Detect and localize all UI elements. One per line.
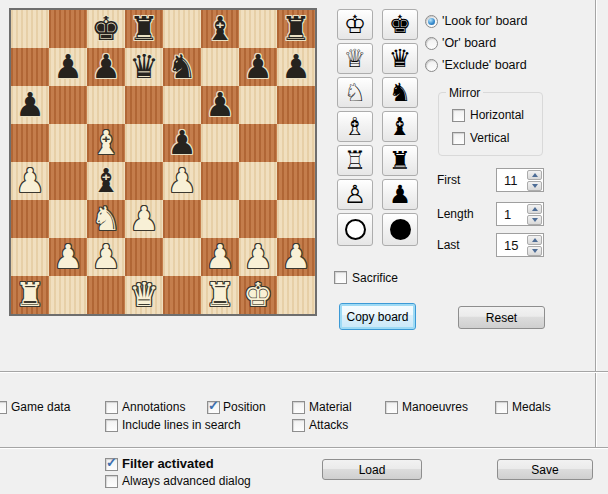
piece-black-pawn: ♟ — [243, 48, 273, 86]
arrow-up-icon — [532, 207, 538, 211]
circle-white-icon — [345, 219, 366, 240]
last-value[interactable]: 15 — [504, 238, 518, 253]
square-c1[interactable] — [87, 276, 125, 314]
game-data-label: Game data — [11, 400, 70, 414]
length-value[interactable]: 1 — [504, 207, 511, 222]
square-e4[interactable]: ♟ — [163, 162, 201, 200]
first-label: First — [437, 173, 460, 187]
square-h2[interactable]: ♟ — [277, 238, 315, 276]
square-f2[interactable]: ♟ — [201, 238, 239, 276]
piece-black-knight: ♞ — [167, 48, 197, 86]
always-advanced-dialog-label: Always advanced dialog — [122, 474, 251, 488]
manoeuvres-label: Manoeuvres — [402, 400, 468, 414]
save-button[interactable]: Save — [497, 459, 593, 480]
square-h1[interactable] — [277, 276, 315, 314]
square-f7[interactable] — [201, 48, 239, 86]
palette-white-bishop-button[interactable]: ♗ — [337, 111, 373, 142]
piece-white-rook: ♜ — [205, 276, 235, 314]
filter-activated-label: Filter activated — [122, 457, 214, 471]
palette-white-knight-button[interactable]: ♘ — [337, 77, 373, 108]
piece-black-queen: ♛ — [129, 48, 159, 86]
black-rook-icon: ♜ — [389, 147, 411, 174]
black-pawn-icon: ♟ — [389, 181, 411, 208]
piece-white-pawn: ♟ — [91, 238, 121, 276]
square-a8[interactable] — [11, 10, 49, 48]
piece-black-pawn: ♟ — [15, 86, 45, 124]
palette-white-king-button[interactable]: ♔ — [337, 9, 373, 40]
square-c4[interactable]: ♝ — [87, 162, 125, 200]
square-a1[interactable]: ♜ — [11, 276, 49, 314]
palette-white-pawn-button[interactable]: ♙ — [337, 179, 373, 210]
square-h8[interactable]: ♜ — [277, 10, 315, 48]
square-g8[interactable] — [239, 10, 277, 48]
divider-bottom — [0, 447, 608, 449]
square-a6[interactable]: ♟ — [11, 86, 49, 124]
square-e6[interactable] — [163, 86, 201, 124]
square-c7[interactable]: ♟ — [87, 48, 125, 86]
square-h7[interactable]: ♟ — [277, 48, 315, 86]
square-d3[interactable]: ♟ — [125, 200, 163, 238]
piece-white-queen: ♛ — [129, 276, 159, 314]
black-bishop-icon: ♝ — [389, 113, 411, 140]
piece-white-pawn: ♟ — [167, 162, 197, 200]
piece-white-pawn: ♟ — [15, 162, 45, 200]
square-h5[interactable] — [277, 124, 315, 162]
palette-black-bishop-button[interactable]: ♝ — [382, 111, 418, 142]
sacrifice-checkbox[interactable] — [334, 271, 347, 284]
square-e8[interactable] — [163, 10, 201, 48]
square-d7[interactable]: ♛ — [125, 48, 163, 86]
piece-white-pawn: ♟ — [281, 238, 311, 276]
piece-black-bishop: ♝ — [91, 162, 121, 200]
square-a4[interactable]: ♟ — [11, 162, 49, 200]
square-b7[interactable]: ♟ — [49, 48, 87, 86]
piece-black-rook: ♜ — [281, 10, 311, 48]
radio-label-or-board: 'Or' board — [442, 36, 496, 50]
square-c3[interactable]: ♞ — [87, 200, 125, 238]
square-d2[interactable] — [125, 238, 163, 276]
first-spinner[interactable]: 11 — [496, 168, 544, 192]
square-c2[interactable]: ♟ — [87, 238, 125, 276]
horizontal-label: Horizontal — [470, 108, 524, 122]
square-b1[interactable] — [49, 276, 87, 314]
square-b5[interactable] — [49, 124, 87, 162]
piece-white-pawn: ♟ — [205, 238, 235, 276]
divider-top — [0, 371, 608, 373]
piece-black-pawn: ♟ — [281, 48, 311, 86]
piece-white-bishop: ♝ — [91, 124, 121, 162]
square-g3[interactable] — [239, 200, 277, 238]
square-c5[interactable]: ♝ — [87, 124, 125, 162]
reset-button[interactable]: Reset — [458, 306, 545, 329]
annotations-checkbox[interactable] — [105, 401, 118, 414]
piece-white-pawn: ♟ — [129, 200, 159, 238]
attacks-checkbox[interactable] — [292, 419, 305, 432]
square-h3[interactable] — [277, 200, 315, 238]
annotations-label: Annotations — [122, 400, 185, 414]
square-e1[interactable] — [163, 276, 201, 314]
square-g4[interactable] — [239, 162, 277, 200]
attacks-label: Attacks — [309, 418, 348, 432]
medals-checkbox[interactable] — [495, 401, 508, 414]
palette-white-queen-button[interactable]: ♕ — [337, 43, 373, 74]
position-checkbox[interactable]: ✓ — [207, 401, 220, 414]
black-king-icon: ♚ — [389, 11, 411, 38]
piece-black-pawn: ♟ — [167, 124, 197, 162]
palette-white-rook-button[interactable]: ♖ — [337, 145, 373, 176]
square-d5[interactable] — [125, 124, 163, 162]
square-a2[interactable] — [11, 238, 49, 276]
checkmark-icon: ✓ — [208, 398, 219, 413]
palette-black-rook-button[interactable]: ♜ — [382, 145, 418, 176]
checkmark-icon: ✓ — [106, 455, 117, 470]
square-d1[interactable]: ♛ — [125, 276, 163, 314]
panel-right-edge — [595, 0, 597, 449]
copy-board-button[interactable]: Copy board — [339, 303, 416, 330]
vertical-label: Vertical — [470, 131, 509, 145]
palette-black-king-button[interactable]: ♚ — [382, 9, 418, 40]
horizontal-checkbox[interactable] — [452, 109, 465, 122]
white-knight-icon: ♘ — [344, 79, 366, 106]
radio-label-look-for-board: 'Look for' board — [442, 14, 527, 28]
white-king-icon: ♔ — [344, 11, 366, 38]
square-g6[interactable] — [239, 86, 277, 124]
square-e7[interactable]: ♞ — [163, 48, 201, 86]
square-h6[interactable] — [277, 86, 315, 124]
square-h4[interactable] — [277, 162, 315, 200]
arrow-down-icon — [532, 218, 538, 222]
last-label: Last — [437, 238, 460, 252]
square-b6[interactable] — [49, 86, 87, 124]
square-g2[interactable]: ♟ — [239, 238, 277, 276]
piece-white-knight: ♞ — [91, 200, 121, 238]
game-data-checkbox[interactable] — [0, 401, 7, 414]
last-spin-up-button[interactable] — [527, 235, 542, 245]
arrow-down-icon — [532, 249, 538, 253]
palette-black-queen-button[interactable]: ♛ — [382, 43, 418, 74]
piece-black-pawn: ♟ — [205, 86, 235, 124]
square-g1[interactable]: ♚ — [239, 276, 277, 314]
piece-black-pawn: ♟ — [53, 48, 83, 86]
square-a7[interactable] — [11, 48, 49, 86]
black-knight-icon: ♞ — [389, 79, 411, 106]
length-spinner[interactable]: 1 — [496, 202, 544, 226]
black-queen-icon: ♛ — [389, 45, 411, 72]
square-f8[interactable]: ♝ — [201, 10, 239, 48]
search-mask-dialog: ♚♜♝♜♟♟♛♞♟♟♟♟♝♟♟♝♟♞♟♟♟♟♟♟♜♛♜♚ ♔♚♕♛♘♞♗♝♖♜♙… — [0, 0, 608, 494]
square-d4[interactable] — [125, 162, 163, 200]
square-e2[interactable] — [163, 238, 201, 276]
square-c8[interactable]: ♚ — [87, 10, 125, 48]
square-a5[interactable] — [11, 124, 49, 162]
material-label: Material — [309, 400, 352, 414]
white-pawn-icon: ♙ — [344, 181, 366, 208]
length-spin-dn-button[interactable] — [527, 215, 542, 225]
arrow-up-icon — [532, 238, 538, 242]
square-b4[interactable] — [49, 162, 87, 200]
length-spin-up-button[interactable] — [527, 204, 542, 214]
square-d8[interactable]: ♜ — [125, 10, 163, 48]
palette-white-any-button[interactable] — [337, 213, 373, 246]
mirror-groupbox — [438, 92, 543, 156]
manoeuvres-checkbox[interactable] — [385, 401, 398, 414]
position-label: Position — [223, 400, 266, 414]
square-g7[interactable]: ♟ — [239, 48, 277, 86]
piece-black-rook: ♜ — [129, 10, 159, 48]
vertical-checkbox[interactable] — [452, 132, 465, 145]
piece-black-king: ♚ — [91, 10, 121, 48]
square-f5[interactable] — [201, 124, 239, 162]
palette-black-knight-button[interactable]: ♞ — [382, 77, 418, 108]
square-g5[interactable] — [239, 124, 277, 162]
square-f6[interactable]: ♟ — [201, 86, 239, 124]
square-b8[interactable] — [49, 10, 87, 48]
square-a3[interactable] — [11, 200, 49, 238]
square-f4[interactable] — [201, 162, 239, 200]
square-b2[interactable]: ♟ — [49, 238, 87, 276]
piece-white-king: ♚ — [243, 276, 273, 314]
load-button[interactable]: Load — [322, 459, 422, 480]
material-checkbox[interactable] — [292, 401, 305, 414]
medals-label: Medals — [512, 400, 551, 414]
piece-white-rook: ♜ — [15, 276, 45, 314]
piece-white-pawn: ♟ — [53, 238, 83, 276]
last-spinner[interactable]: 15 — [496, 233, 544, 257]
mirror-group-title: Mirror — [446, 86, 483, 100]
first-spin-dn-button[interactable] — [527, 181, 542, 191]
square-d6[interactable] — [125, 86, 163, 124]
white-queen-icon: ♕ — [344, 45, 366, 72]
arrow-down-icon — [532, 184, 538, 188]
square-e3[interactable] — [163, 200, 201, 238]
circle-black-icon — [390, 219, 411, 240]
arrow-up-icon — [532, 173, 538, 177]
square-b3[interactable] — [49, 200, 87, 238]
first-spin-up-button[interactable] — [527, 170, 542, 180]
chess-board: ♚♜♝♜♟♟♛♞♟♟♟♟♝♟♟♝♟♞♟♟♟♟♟♟♜♛♜♚ — [9, 8, 317, 316]
radio-or-board[interactable] — [425, 37, 438, 50]
filter-activated-checkbox[interactable]: ✓ — [105, 458, 118, 471]
radio-exclude-board[interactable] — [425, 59, 438, 72]
include-lines-in-search-label: Include lines in search — [122, 418, 241, 432]
white-rook-icon: ♖ — [344, 147, 366, 174]
radio-look-for-board[interactable] — [425, 15, 438, 28]
piece-black-pawn: ♟ — [91, 48, 121, 86]
palette-black-pawn-button[interactable]: ♟ — [382, 179, 418, 210]
radio-label-exclude-board: 'Exclude' board — [442, 58, 527, 72]
square-e5[interactable]: ♟ — [163, 124, 201, 162]
square-f3[interactable] — [201, 200, 239, 238]
piece-black-bishop: ♝ — [205, 10, 235, 48]
square-c6[interactable] — [87, 86, 125, 124]
always-advanced-dialog-checkbox[interactable] — [105, 475, 118, 488]
piece-white-pawn: ♟ — [243, 238, 273, 276]
first-value[interactable]: 11 — [504, 173, 518, 188]
square-f1[interactable]: ♜ — [201, 276, 239, 314]
white-bishop-icon: ♗ — [344, 113, 366, 140]
include-lines-in-search-checkbox[interactable] — [105, 419, 118, 432]
last-spin-dn-button[interactable] — [527, 246, 542, 256]
palette-black-any-button[interactable] — [382, 213, 418, 246]
length-label: Length — [437, 207, 474, 221]
sacrifice-label: Sacrifice — [352, 271, 398, 285]
